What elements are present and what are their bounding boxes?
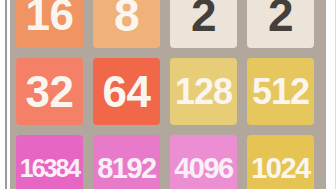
tile-value: 1024 — [251, 154, 310, 183]
tile-value: 512 — [252, 74, 309, 110]
tile-value: 32 — [26, 70, 74, 114]
tile-16384: 16384 — [16, 135, 83, 189]
tile-value: 16384 — [20, 156, 80, 181]
tile-128: 128 — [170, 58, 237, 125]
tile-2: 2 — [247, 0, 314, 48]
tile-value: 8192 — [97, 154, 156, 183]
tile-16: 16 — [16, 0, 83, 48]
window-edge-line — [5, 0, 7, 189]
board[interactable]: 16822326412851216384819240961024 — [10, 0, 326, 189]
tile-1024: 1024 — [247, 135, 314, 189]
page: 16822326412851216384819240961024 — [0, 0, 336, 189]
tile-32: 32 — [16, 58, 83, 125]
tile-2: 2 — [170, 0, 237, 48]
tile-8: 8 — [93, 0, 160, 48]
tile-4096: 4096 — [170, 135, 237, 189]
tile-value: 2 — [268, 0, 293, 38]
tile-value: 64 — [103, 70, 151, 114]
tile-value: 8 — [114, 0, 139, 38]
tile-8192: 8192 — [93, 135, 160, 189]
tile-512: 512 — [247, 58, 314, 125]
tile-value: 128 — [175, 74, 232, 110]
tile-value: 16 — [26, 0, 74, 37]
tile-value: 4096 — [174, 154, 233, 183]
tile-value: 2 — [191, 0, 216, 38]
tile-64: 64 — [93, 58, 160, 125]
